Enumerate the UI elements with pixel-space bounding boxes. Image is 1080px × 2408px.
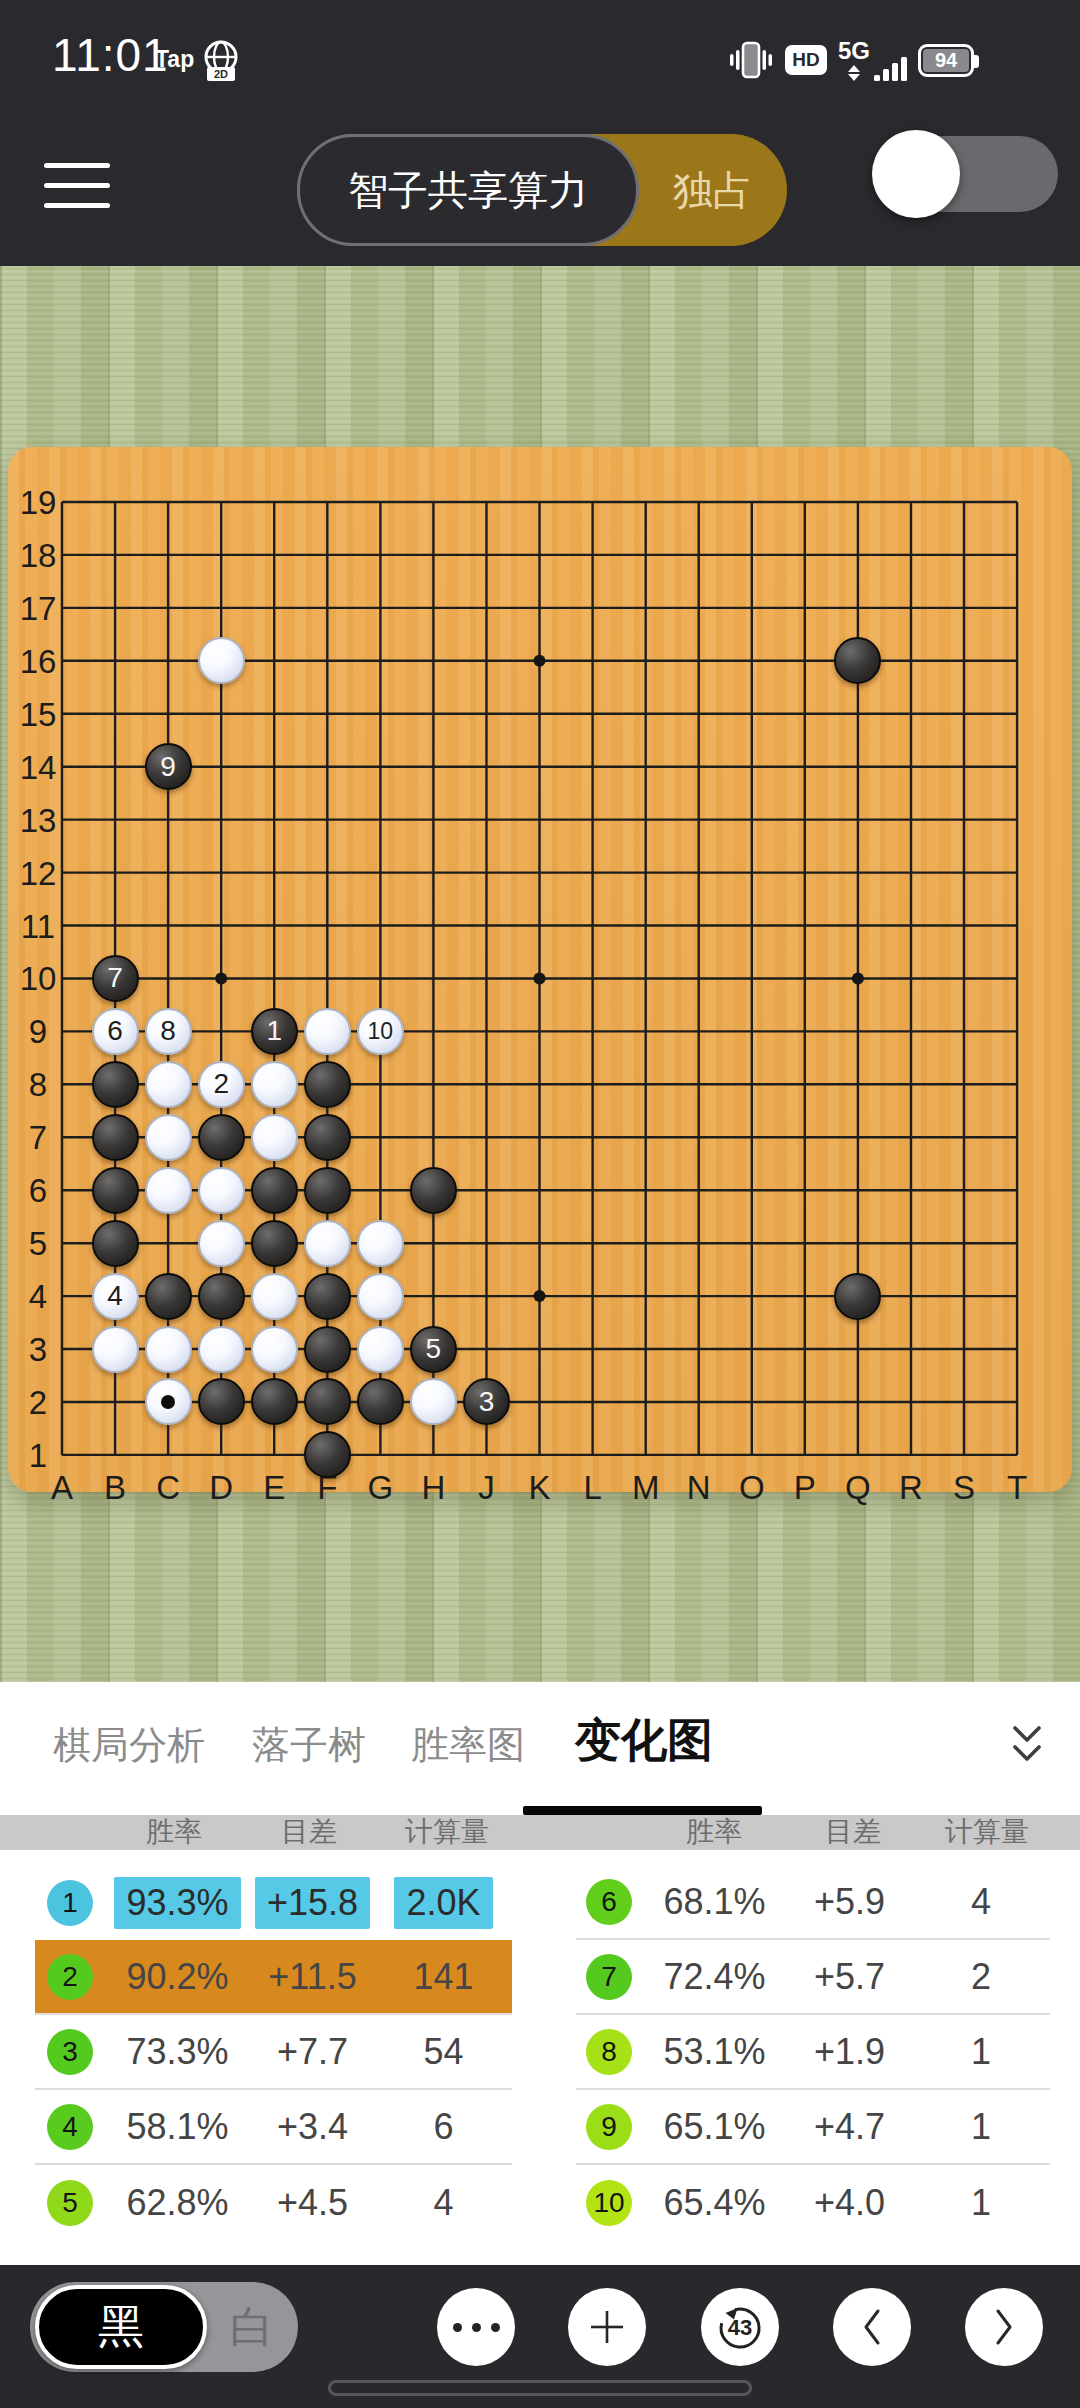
hd-badge: HD <box>785 45 827 75</box>
stone-black-F3[interactable] <box>304 1326 351 1373</box>
stone-white-B3[interactable] <box>92 1326 139 1373</box>
home-indicator[interactable] <box>328 2380 752 2396</box>
vibrate-icon <box>728 40 774 80</box>
black-option-selected[interactable]: 黑 <box>35 2285 207 2369</box>
move-number-label: 9 <box>160 753 176 781</box>
stone-black-H3[interactable]: 5 <box>410 1326 457 1373</box>
move-number-label: 4 <box>107 1282 123 1310</box>
ellipsis-icon <box>453 2323 500 2332</box>
svg-text:43: 43 <box>728 2315 752 2340</box>
score-value: +5.7 <box>814 1956 885 1998</box>
menu-button[interactable] <box>44 163 110 223</box>
analysis-row-4[interactable]: 458.1%+3.46 <box>35 2090 512 2165</box>
visits-value: 1 <box>971 2106 991 2148</box>
add-button[interactable] <box>568 2288 646 2366</box>
screen: 11:01 Tap 2D HD 5G <box>0 0 1080 2408</box>
visits-value: 2.0K <box>394 1877 492 1929</box>
move-badge-10: 10 <box>586 2180 632 2226</box>
analysis-table-left: 193.3%+15.82.0K290.2%+11.5141373.3%+7.75… <box>0 1865 540 2240</box>
move-number-label: 5 <box>426 1335 442 1363</box>
visits-value: 1 <box>971 2182 991 2224</box>
move-number-label: 1 <box>266 1017 282 1045</box>
col-header-winrate: 胜率 <box>146 1813 202 1851</box>
analysis-row-6[interactable]: 668.1%+5.94 <box>576 1865 1050 1940</box>
battery-icon: 94 <box>918 44 974 77</box>
stone-black-E6[interactable] <box>251 1167 298 1214</box>
download-arrow-icon <box>848 74 860 81</box>
move-number-label: 8 <box>160 1017 176 1045</box>
stone-black-C14[interactable]: 9 <box>145 743 192 790</box>
stone-black-F7[interactable] <box>304 1114 351 1161</box>
last-move-marker <box>161 1395 175 1409</box>
analysis-row-7[interactable]: 772.4%+5.72 <box>576 1940 1050 2015</box>
stone-white-G4[interactable] <box>357 1273 404 1320</box>
clock: 11:01 <box>52 28 169 82</box>
network-indicator: 5G <box>838 39 907 81</box>
go-board[interactable]: 19181716151413121110987654321ABCDEFGHJKL… <box>8 447 1072 1492</box>
stone-white-C9[interactable]: 8 <box>145 1008 192 1055</box>
analysis-row-8[interactable]: 853.1%+1.91 <box>576 2015 1050 2090</box>
compute-mode-selected[interactable]: 智子共享算力 <box>297 134 639 246</box>
stone-white-E8[interactable] <box>251 1061 298 1108</box>
more-button[interactable] <box>437 2288 515 2366</box>
stone-white-C2[interactable] <box>145 1378 192 1425</box>
tab-2[interactable]: 落子树 <box>252 1720 366 1771</box>
col-header-visits: 计算量 <box>945 1813 1029 1851</box>
visits-value: 4 <box>433 2182 453 2224</box>
analysis-row-10[interactable]: 1065.4%+4.01 <box>576 2165 1050 2240</box>
chevron-right-icon <box>991 2306 1017 2348</box>
move-badge-6: 6 <box>586 1879 632 1925</box>
score-value: +3.4 <box>277 2106 348 2148</box>
score-value: +4.7 <box>814 2106 885 2148</box>
score-value: +11.5 <box>268 1956 356 1998</box>
move-badge-1: 1 <box>47 1880 93 1926</box>
next-move-button[interactable] <box>965 2288 1043 2366</box>
move-badge-8: 8 <box>586 2029 632 2075</box>
stone-white-D3[interactable] <box>198 1326 245 1373</box>
analysis-row-1[interactable]: 193.3%+15.82.0K <box>35 1865 512 1940</box>
board-stones: 12345678910 <box>8 447 1072 1492</box>
analysis-row-5[interactable]: 562.8%+4.54 <box>35 2165 512 2240</box>
stone-black-B10[interactable]: 7 <box>92 955 139 1002</box>
col-header-score: 目差 <box>825 1813 881 1851</box>
stone-white-D16[interactable] <box>198 637 245 684</box>
plus-icon <box>586 2306 628 2348</box>
move-badge-4: 4 <box>47 2104 93 2150</box>
stone-white-G9[interactable]: 10 <box>357 1008 404 1055</box>
analysis-row-3[interactable]: 373.3%+7.754 <box>35 2015 512 2090</box>
stone-black-D4[interactable] <box>198 1273 245 1320</box>
col-header-score: 目差 <box>281 1813 337 1851</box>
stone-black-Q4[interactable] <box>834 1273 881 1320</box>
move-number-label: 7 <box>107 964 123 992</box>
stone-black-Q16[interactable] <box>834 637 881 684</box>
battery-level: 94 <box>923 49 969 72</box>
move-badge-9: 9 <box>586 2104 632 2150</box>
stone-black-G2[interactable] <box>357 1378 404 1425</box>
stone-black-F2[interactable] <box>304 1378 351 1425</box>
stone-black-B5[interactable] <box>92 1220 139 1267</box>
table-column-headers: 胜率 目差 计算量 胜率 目差 计算量 <box>0 1815 1080 1850</box>
visits-value: 2 <box>971 1956 991 1998</box>
stone-white-G3[interactable] <box>357 1326 404 1373</box>
stone-black-F6[interactable] <box>304 1167 351 1214</box>
analysis-switch[interactable] <box>880 136 1058 212</box>
chevron-left-icon <box>859 2306 885 2348</box>
stone-white-E7[interactable] <box>251 1114 298 1161</box>
score-value: +1.9 <box>814 2031 885 2073</box>
move-number-label: 6 <box>107 1017 123 1045</box>
stone-white-E3[interactable] <box>251 1326 298 1373</box>
stone-white-F5[interactable] <box>304 1220 351 1267</box>
winrate-value: 68.1% <box>663 1881 765 1923</box>
tab-4[interactable]: 变化图 <box>575 1710 713 1772</box>
stone-black-F8[interactable] <box>304 1061 351 1108</box>
signal-bars-icon <box>874 55 907 81</box>
winrate-value: 58.1% <box>126 2106 228 2148</box>
visits-value: 54 <box>423 2031 463 2073</box>
tab-1[interactable]: 棋局分析 <box>53 1720 205 1771</box>
undo-to-move-button[interactable]: 43 <box>701 2288 779 2366</box>
winrate-value: 93.3% <box>114 1877 240 1929</box>
switch-knob[interactable] <box>872 130 960 218</box>
stone-black-F4[interactable] <box>304 1273 351 1320</box>
stone-color-toggle[interactable]: 白 黑 <box>30 2282 298 2372</box>
winrate-value: 62.8% <box>126 2182 228 2224</box>
move-badge-7: 7 <box>586 1954 632 2000</box>
analysis-row-9[interactable]: 965.1%+4.71 <box>576 2090 1050 2165</box>
upload-arrow-icon <box>848 65 860 72</box>
winrate-value: 65.4% <box>663 2182 765 2224</box>
analysis-sheet: 棋局分析落子树胜率图变化图 胜率 目差 计算量 胜率 目差 计算量 193.3%… <box>0 1682 1080 2265</box>
tab-3[interactable]: 胜率图 <box>411 1720 525 1771</box>
visits-value: 141 <box>413 1956 473 1998</box>
move-number-label: 3 <box>479 1388 495 1416</box>
compute-mode-toggle[interactable]: 智子共享算力 独占 <box>297 134 787 246</box>
compute-mode-unselected[interactable]: 独占 <box>639 134 787 246</box>
stone-white-F9[interactable] <box>304 1008 351 1055</box>
stone-black-B6[interactable] <box>92 1167 139 1214</box>
winrate-value: 53.1% <box>663 2031 765 2073</box>
stone-white-C3[interactable] <box>145 1326 192 1373</box>
col-header-visits: 计算量 <box>405 1813 489 1851</box>
stone-white-C6[interactable] <box>145 1167 192 1214</box>
stone-white-C7[interactable] <box>145 1114 192 1161</box>
move-badge-3: 3 <box>47 2029 93 2075</box>
winrate-value: 90.2% <box>126 1956 228 1998</box>
stone-black-F1[interactable] <box>304 1431 351 1478</box>
white-option[interactable]: 白 <box>212 2282 292 2372</box>
winrate-value: 65.1% <box>663 2106 765 2148</box>
stone-black-E2[interactable] <box>251 1378 298 1425</box>
move-number-label: 10 <box>368 1020 394 1043</box>
visits-value: 1 <box>971 2031 991 2073</box>
score-value: +4.0 <box>814 2182 885 2224</box>
stone-white-H2[interactable] <box>410 1378 457 1425</box>
hamburger-icon <box>44 163 110 168</box>
stone-black-J2[interactable]: 3 <box>463 1378 510 1425</box>
analysis-row-2[interactable]: 290.2%+11.5141 <box>35 1940 512 2015</box>
stone-black-E5[interactable] <box>251 1220 298 1267</box>
score-value: +4.5 <box>277 2182 348 2224</box>
stone-black-B7[interactable] <box>92 1114 139 1161</box>
status-icons: HD 5G 94 <box>728 38 974 82</box>
stone-black-D2[interactable] <box>198 1378 245 1425</box>
winrate-value: 72.4% <box>663 1956 765 1998</box>
globe-icon: 2D <box>200 38 242 86</box>
stone-white-C8[interactable] <box>145 1061 192 1108</box>
stone-black-C4[interactable] <box>145 1273 192 1320</box>
winrate-value: 73.3% <box>126 2031 228 2073</box>
score-value: +7.7 <box>277 2031 348 2073</box>
visits-value: 6 <box>433 2106 453 2148</box>
stone-white-B9[interactable]: 6 <box>92 1008 139 1055</box>
previous-move-button[interactable] <box>833 2288 911 2366</box>
score-value: +5.9 <box>814 1881 885 1923</box>
stone-white-G5[interactable] <box>357 1220 404 1267</box>
stone-black-E9[interactable]: 1 <box>251 1008 298 1055</box>
move-badge-5: 5 <box>47 2180 93 2226</box>
col-header-winrate: 胜率 <box>686 1813 742 1851</box>
stone-white-E4[interactable] <box>251 1273 298 1320</box>
stone-white-B4[interactable]: 4 <box>92 1273 139 1320</box>
stone-white-D8[interactable]: 2 <box>198 1061 245 1108</box>
undo-counter-icon: 43 <box>712 2298 768 2356</box>
svg-text:2D: 2D <box>214 68 228 80</box>
bottom-bar: 白 黑 43 <box>0 2265 1080 2408</box>
visits-value: 4 <box>971 1881 991 1923</box>
stone-black-B8[interactable] <box>92 1061 139 1108</box>
collapse-chevron-double-down-icon[interactable] <box>1005 1722 1049 1768</box>
analysis-table-right: 668.1%+5.94772.4%+5.72853.1%+1.91965.1%+… <box>540 1865 1080 2240</box>
carrier-label: Tap <box>155 46 194 73</box>
score-value: +15.8 <box>255 1877 370 1929</box>
stone-white-D6[interactable] <box>198 1167 245 1214</box>
stone-black-H6[interactable] <box>410 1167 457 1214</box>
move-badge-2: 2 <box>47 1954 93 2000</box>
stone-black-D7[interactable] <box>198 1114 245 1161</box>
network-type-label: 5G <box>838 39 870 63</box>
stone-white-D5[interactable] <box>198 1220 245 1267</box>
move-number-label: 2 <box>213 1070 229 1098</box>
